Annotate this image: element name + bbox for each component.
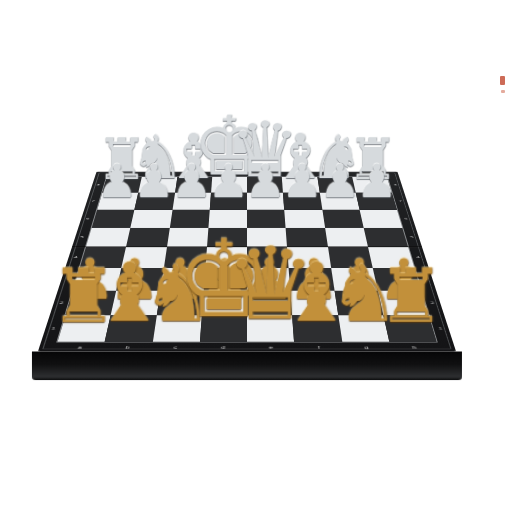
square-d3 — [203, 268, 247, 291]
file-label: h — [390, 345, 439, 349]
square-h1: ♜ — [383, 315, 436, 342]
square-g6 — [322, 210, 364, 228]
square-c4 — [163, 247, 206, 268]
file-label: c — [151, 345, 199, 349]
square-a2: ♟ — [66, 291, 117, 316]
square-c3 — [160, 268, 205, 291]
square-b1: ♝ — [105, 315, 156, 342]
square-b4 — [122, 247, 167, 268]
square-h4 — [368, 247, 415, 268]
square-b8: ♞ — [138, 177, 177, 193]
square-b2: ♟ — [111, 291, 160, 316]
square-c1: ♞ — [152, 315, 201, 342]
square-d4 — [205, 247, 247, 268]
edge-artifact — [501, 90, 505, 93]
square-b5 — [126, 228, 169, 247]
square-e5 — [247, 228, 287, 247]
square-g1: ♞ — [338, 315, 389, 342]
square-c5 — [167, 228, 209, 247]
square-d7: ♟ — [210, 193, 247, 210]
checker-grid: ♜♞♝♚♛♝♞♜♟♟♟♟♟♟♟♟♟♟♟♟♟♟♟♟♜♝♞♚♛♝♞♜ — [58, 177, 437, 342]
product-photo-canvas[interactable]: ♜♞♝♚♛♝♞♜♟♟♟♟♟♟♟♟♟♟♟♟♟♟♟♟♜♝♞♚♛♝♞♜ abcdefg… — [0, 0, 505, 505]
square-g5 — [325, 228, 368, 247]
square-e7: ♟ — [247, 193, 284, 210]
edge-artifact — [500, 76, 505, 85]
square-a5 — [86, 228, 131, 247]
square-f7: ♟ — [283, 193, 322, 210]
chess-set-scene: ♜♞♝♚♛♝♞♜♟♟♟♟♟♟♟♟♟♟♟♟♟♟♟♟♜♝♞♚♛♝♞♜ abcdefg… — [0, 0, 505, 505]
square-h8: ♜ — [352, 177, 392, 193]
piece-silver-rook: ♜ — [96, 131, 147, 188]
file-label: d — [199, 345, 247, 349]
square-g7: ♟ — [319, 193, 359, 210]
square-h5 — [363, 228, 408, 247]
square-f5 — [286, 228, 328, 247]
square-d6 — [208, 210, 247, 228]
square-c7: ♟ — [172, 193, 211, 210]
square-g8: ♞ — [317, 177, 356, 193]
square-a4 — [80, 247, 127, 268]
square-h2: ♟ — [378, 291, 429, 316]
rank-label: 8 — [390, 177, 402, 193]
file-label: b — [103, 345, 152, 349]
square-h6 — [359, 210, 402, 228]
square-b7: ♟ — [135, 193, 175, 210]
square-g4 — [328, 247, 373, 268]
square-g2: ♟ — [334, 291, 383, 316]
square-e2: ♟ — [247, 291, 292, 316]
piece-silver-king: ♚ — [192, 106, 265, 188]
file-label: a — [55, 345, 104, 349]
square-f6 — [284, 210, 324, 228]
square-f1: ♝ — [292, 315, 341, 342]
square-h3 — [372, 268, 421, 291]
file-label: g — [342, 345, 391, 349]
square-d8: ♚ — [211, 177, 247, 193]
square-h7: ♟ — [356, 193, 397, 210]
file-label: e — [247, 345, 295, 349]
square-b6 — [131, 210, 173, 228]
chess-board: ♜♞♝♚♛♝♞♜♟♟♟♟♟♟♟♟♟♟♟♟♟♟♟♟♜♝♞♚♛♝♞♜ abcdefg… — [38, 172, 456, 352]
square-f8: ♝ — [282, 177, 319, 193]
square-d5 — [207, 228, 247, 247]
square-e4 — [247, 247, 289, 268]
square-a7: ♟ — [97, 193, 138, 210]
square-e8: ♛ — [247, 177, 283, 193]
square-e1: ♛ — [247, 315, 294, 342]
square-b3 — [116, 268, 163, 291]
square-f4 — [287, 247, 330, 268]
square-e3 — [247, 268, 291, 291]
square-a1: ♜ — [58, 315, 111, 342]
square-f2: ♟ — [291, 291, 338, 316]
square-a8: ♜ — [102, 177, 142, 193]
square-f3 — [289, 268, 334, 291]
board-front-base — [32, 352, 462, 381]
square-g3 — [331, 268, 378, 291]
square-c8: ♝ — [175, 177, 212, 193]
square-e6 — [247, 210, 286, 228]
square-c6 — [169, 210, 209, 228]
square-a6 — [92, 210, 135, 228]
square-c2: ♟ — [156, 291, 203, 316]
square-d1: ♚ — [200, 315, 247, 342]
file-labels: abcdefgh — [55, 345, 438, 349]
square-a3 — [73, 268, 122, 291]
square-d2: ♟ — [202, 291, 247, 316]
file-label: f — [295, 345, 343, 349]
